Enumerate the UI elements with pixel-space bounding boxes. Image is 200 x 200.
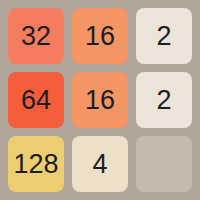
board[interactable]: 32162641621284: [0, 0, 200, 200]
tile-64: 64: [8, 72, 64, 128]
tile-2: 2: [136, 72, 192, 128]
tile-2: 2: [136, 8, 192, 64]
tile-4: 4: [72, 136, 128, 192]
tile-16: 16: [72, 72, 128, 128]
empty-cell: [136, 136, 192, 192]
tile-32: 32: [8, 8, 64, 64]
tile-128: 128: [8, 136, 64, 192]
tile-16: 16: [72, 8, 128, 64]
